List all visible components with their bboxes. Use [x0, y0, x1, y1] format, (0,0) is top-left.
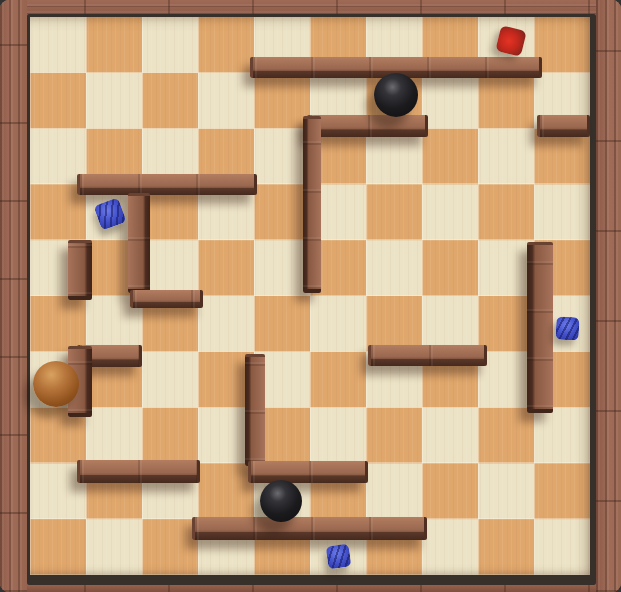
wall-left-tee-foot-maze-wall — [130, 290, 203, 308]
black-marble-2 — [260, 480, 302, 522]
wall-center-top-h-maze-wall — [307, 115, 428, 137]
board-frame-right — [596, 0, 621, 592]
brown-marble — [33, 361, 79, 407]
maze-board — [0, 0, 621, 592]
wall-right-frame-maze-wall — [537, 115, 590, 137]
wall-bottom-long-maze-wall — [192, 517, 427, 540]
blue-gem-3 — [325, 543, 351, 569]
red-gem — [495, 25, 527, 57]
wall-left-tee-h-maze-wall — [77, 174, 257, 195]
black-marble-1 — [374, 73, 418, 117]
blue-gem-2 — [555, 316, 579, 340]
maze-playfield[interactable] — [30, 17, 590, 575]
board-frame-left — [0, 0, 27, 592]
blue-gem-1 — [93, 197, 126, 230]
wall-left-short-v-maze-wall — [68, 240, 92, 300]
wall-center-h-maze-wall — [368, 345, 487, 366]
wall-right-vertical-maze-wall — [527, 242, 553, 413]
wall-center-ell-h-maze-wall — [248, 461, 368, 483]
wall-center-top-v-maze-wall — [303, 116, 321, 293]
wall-left-tee-v-maze-wall — [128, 193, 150, 293]
wall-bottom-left-h-maze-wall — [77, 460, 200, 483]
board-frame-top — [0, 0, 621, 14]
wall-center-ell-v-maze-wall — [245, 354, 265, 466]
board-frame-bottom — [0, 585, 621, 592]
